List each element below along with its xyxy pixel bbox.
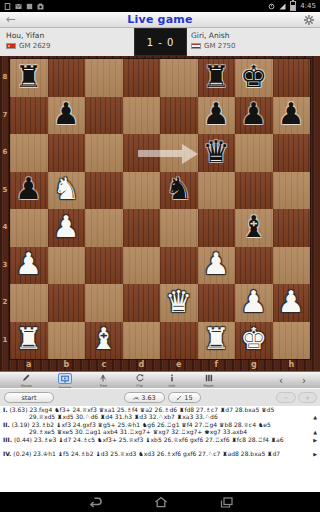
tab-engine[interactable]: Engine: [48, 372, 82, 390]
square-a5[interactable]: ♟: [10, 172, 48, 210]
square-c6[interactable]: [85, 134, 123, 172]
line-moves: 23.♗e3 ♝d7 24.♗c5 ♞xf3+ 25.♕xf3 ♝xb5 26.…: [34, 436, 284, 443]
tab-flip[interactable]: Flip: [123, 372, 157, 388]
square-c8[interactable]: [85, 59, 123, 97]
engine-eval-badge: 3.63: [124, 392, 165, 403]
square-b4[interactable]: ♟: [48, 209, 86, 247]
usb-debug-icon: [4, 3, 11, 10]
black-player: Giri, Anish GM 2750: [191, 31, 236, 50]
black-king: ♚: [240, 62, 267, 92]
square-f8[interactable]: ♜: [198, 59, 236, 97]
rank-label: 4: [0, 209, 10, 247]
square-c7[interactable]: [85, 97, 123, 135]
page-title: Live game: [0, 12, 320, 27]
square-g4[interactable]: ♝: [235, 209, 273, 247]
tab-tree[interactable]: Tree: [86, 372, 120, 388]
tab-reset[interactable]: Reset: [192, 372, 226, 388]
gauge-icon: [133, 395, 139, 401]
file-label: a: [10, 359, 48, 371]
flip-icon: [136, 374, 144, 382]
line-moves-continued: 29.♗xe5 ♛xe5 30.♖ag1 axb4 31.♖xg7+ ♛xg7 …: [3, 428, 310, 435]
square-h4[interactable]: [273, 209, 311, 247]
square-e8[interactable]: [160, 59, 198, 97]
white-pawn: ♟: [53, 212, 80, 242]
china-flag-icon: [6, 43, 16, 49]
white-king: ♚: [240, 324, 267, 354]
line-eval: (0.24): [13, 450, 31, 457]
square-g8[interactable]: ♚: [235, 59, 273, 97]
square-h8[interactable]: [273, 59, 311, 97]
engine-control-bar: start 3.63 15 − +: [0, 388, 320, 406]
black-pawn: ♟: [53, 99, 80, 129]
line-moves: 23.♗b2 ♝xf3 24.gxf3 ♛g5+ 25.♔h1 ♞g6 26.♖…: [32, 421, 271, 428]
square-c4[interactable]: [85, 209, 123, 247]
tab-moves[interactable]: Moves: [9, 372, 43, 388]
rank-labels: 87654321: [0, 59, 10, 359]
square-g1[interactable]: ♚: [235, 322, 273, 360]
analysis-line-1[interactable]: I. (3.63) 23.fxg4 ♞f3+ 24.♕xf3 ♛xa1 25.♗…: [0, 406, 320, 420]
square-f7[interactable]: ♟: [198, 97, 236, 135]
square-d2[interactable]: [123, 284, 161, 322]
square-g2[interactable]: ♟: [235, 284, 273, 322]
analysis-panel: I. (3.63) 23.fxg4 ♞f3+ 24.♕xf3 ♛xa1 25.♗…: [0, 406, 320, 492]
board-squares: ♜♜♚♟♟♟♟♛♟♞♞♟♝♟♟♛♟♟♜♝♜♚: [10, 59, 310, 359]
expand-line-icon[interactable]: ▶: [313, 451, 317, 458]
square-a2[interactable]: [10, 284, 48, 322]
square-a3[interactable]: ♟: [10, 247, 48, 285]
live-game-screen: 4:45 ← Live game Hou, Yifan GM 2629 1 - …: [0, 0, 320, 512]
rank-label: 7: [0, 97, 10, 135]
white-knight: ♞: [53, 174, 80, 204]
file-label: g: [235, 359, 273, 371]
engine-icon: [61, 375, 69, 383]
square-a6[interactable]: [10, 134, 48, 172]
collapse-line-icon[interactable]: ▲: [313, 429, 317, 436]
depth-icon: [176, 395, 182, 401]
square-f6[interactable]: ♛: [198, 134, 236, 172]
square-d1[interactable]: [123, 322, 161, 360]
square-f2[interactable]: [198, 284, 236, 322]
white-queen: ♛: [165, 287, 192, 317]
white-player: Hou, Yifan GM 2629: [6, 31, 51, 50]
square-b8[interactable]: [48, 59, 86, 97]
rank-label: 8: [0, 59, 10, 97]
square-c3[interactable]: [85, 247, 123, 285]
tree-icon: [99, 374, 107, 382]
back-icon[interactable]: [88, 497, 102, 508]
game-result-badge: 1 - 0: [134, 28, 187, 56]
square-h1[interactable]: [273, 322, 311, 360]
square-e5[interactable]: ♞: [160, 172, 198, 210]
line-moves: 23.♔h1 ♝f5 24.♗b2 ♝d3 25.♕xd3 ♞xd3 26.♗x…: [33, 450, 280, 457]
battery-icon: [290, 1, 296, 11]
square-f1[interactable]: ♜: [198, 322, 236, 360]
collapse-line-icon[interactable]: ▲: [313, 414, 317, 421]
file-label: f: [198, 359, 236, 371]
recents-icon[interactable]: [220, 497, 233, 508]
square-g6[interactable]: [235, 134, 273, 172]
file-label: h: [273, 359, 311, 371]
square-g5[interactable]: [235, 172, 273, 210]
black-rook: ♜: [203, 62, 230, 92]
android-status-bar: 4:45: [0, 0, 320, 12]
file-label: b: [48, 359, 86, 371]
square-a8[interactable]: ♜: [10, 59, 48, 97]
line-eval: (3.19): [12, 421, 30, 428]
last-move-arrow: [138, 150, 182, 157]
black-rook: ♜: [15, 62, 42, 92]
square-e7[interactable]: [160, 97, 198, 135]
engine-start-button[interactable]: start: [4, 392, 54, 403]
black-knight: ♞: [165, 174, 192, 204]
netherlands-flag-icon: [191, 43, 201, 49]
eval-value: 3.63: [141, 394, 155, 402]
square-h3[interactable]: [273, 247, 311, 285]
info-icon: [168, 374, 176, 382]
expand-line-icon[interactable]: ▶: [313, 437, 317, 444]
camera-icon: [37, 3, 44, 10]
file-label: e: [160, 359, 198, 371]
rank-label: 5: [0, 172, 10, 210]
square-e1[interactable]: [160, 322, 198, 360]
line-eval: (0.44): [14, 436, 32, 443]
white-player-name: Hou, Yifan: [6, 31, 51, 40]
tab-info[interactable]: Info: [155, 372, 189, 388]
android-nav-bar: [0, 492, 320, 512]
black-player-name: Giri, Anish: [191, 31, 236, 40]
square-a7[interactable]: [10, 97, 48, 135]
square-d4[interactable]: [123, 209, 161, 247]
white-rook: ♜: [203, 324, 230, 354]
bottom-toolbar: Moves Engine Tree Flip Info Reset ‹ ›: [0, 371, 320, 388]
white-player-rating: GM 2629: [19, 42, 51, 50]
square-f4[interactable]: [198, 209, 236, 247]
white-bishop: ♝: [90, 324, 117, 354]
file-label: c: [85, 359, 123, 371]
square-e4[interactable]: [160, 209, 198, 247]
chess-board: 87654321 ♜♜♚♟♟♟♟♛♟♞♞♟♝♟♟♛♟♟♜♝♜♚ abcdefgh: [0, 56, 320, 371]
analysis-line-3[interactable]: III. (0.44) 23.♗e3 ♝d7 24.♗c5 ♞xf3+ 25.♕…: [0, 436, 320, 443]
wifi-icon: [279, 3, 286, 10]
engine-depth-badge: 15: [168, 392, 201, 403]
square-d7[interactable]: [123, 97, 161, 135]
square-h6[interactable]: [273, 134, 311, 172]
file-label: d: [123, 359, 161, 371]
white-pawn: ♟: [278, 287, 305, 317]
white-pawn: ♟: [240, 287, 267, 317]
square-h2[interactable]: ♟: [273, 284, 311, 322]
sync-icon: [268, 3, 275, 10]
black-pawn: ♟: [15, 174, 42, 204]
settings-gear-icon[interactable]: [303, 14, 315, 26]
line-moves-continued: 29.♕xd5 ♜xd5 30.♘d6 ♜d4 31.h3 ♜d3 32.♘xb…: [3, 413, 310, 420]
square-c2[interactable]: [85, 284, 123, 322]
square-h7[interactable]: ♟: [273, 97, 311, 135]
analysis-line-2[interactable]: II. (3.19) 23.♗b2 ♝xf3 24.gxf3 ♛g5+ 25.♔…: [0, 421, 320, 435]
next-move-button[interactable]: ›: [302, 373, 306, 388]
square-d8[interactable]: [123, 59, 161, 97]
analysis-line-4[interactable]: IV. (0.24) 23.♔h1 ♝f5 24.♗b2 ♝d3 25.♕xd3…: [0, 450, 320, 457]
rank-label: 6: [0, 134, 10, 172]
square-b7[interactable]: ♟: [48, 97, 86, 135]
square-f5[interactable]: [198, 172, 236, 210]
app-notification-icon: [26, 3, 33, 10]
white-rook: ♜: [15, 324, 42, 354]
lines-decrease-button[interactable]: −: [276, 392, 296, 403]
line-moves: 23.fxg4 ♞f3+ 24.♕xf3 ♛xa1 25.♗f4 ♛a2 26.…: [29, 406, 274, 413]
app-header: ← Live game: [0, 12, 320, 28]
black-pawn: ♟: [278, 99, 305, 129]
square-b3[interactable]: [48, 247, 86, 285]
square-e3[interactable]: [160, 247, 198, 285]
message-icon: [15, 3, 22, 10]
rank-label: 1: [0, 322, 10, 360]
square-a4[interactable]: [10, 209, 48, 247]
square-b1[interactable]: [48, 322, 86, 360]
status-time: 4:45: [300, 0, 316, 12]
square-c5[interactable]: [85, 172, 123, 210]
rank-label: 3: [0, 247, 10, 285]
square-a1[interactable]: ♜: [10, 322, 48, 360]
square-b2[interactable]: [48, 284, 86, 322]
square-g7[interactable]: ♟: [235, 97, 273, 135]
black-bishop: ♝: [240, 212, 267, 242]
pencil-icon: [22, 374, 30, 382]
home-icon[interactable]: [154, 496, 168, 508]
lines-increase-button[interactable]: +: [298, 392, 317, 403]
rank-label: 2: [0, 284, 10, 322]
black-queen: ♛: [203, 137, 230, 167]
square-f3[interactable]: ♟: [198, 247, 236, 285]
black-pawn: ♟: [203, 99, 230, 129]
file-labels: abcdefgh: [10, 359, 310, 371]
black-player-rating: GM 2750: [204, 42, 236, 50]
player-bar: Hou, Yifan GM 2629 1 - 0 Giri, Anish GM …: [0, 28, 320, 56]
square-d5[interactable]: [123, 172, 161, 210]
white-pawn: ♟: [15, 249, 42, 279]
black-pawn: ♟: [240, 99, 267, 129]
reset-icon: [205, 374, 213, 382]
square-b6[interactable]: [48, 134, 86, 172]
white-pawn: ♟: [203, 249, 230, 279]
square-b5[interactable]: ♞: [48, 172, 86, 210]
line-eval: (3.63): [9, 406, 27, 413]
previous-move-button[interactable]: ‹: [279, 373, 283, 388]
square-h5[interactable]: [273, 172, 311, 210]
depth-value: 15: [184, 394, 192, 402]
square-d3[interactable]: [123, 247, 161, 285]
square-c1[interactable]: ♝: [85, 322, 123, 360]
square-e2[interactable]: ♛: [160, 284, 198, 322]
square-g3[interactable]: [235, 247, 273, 285]
